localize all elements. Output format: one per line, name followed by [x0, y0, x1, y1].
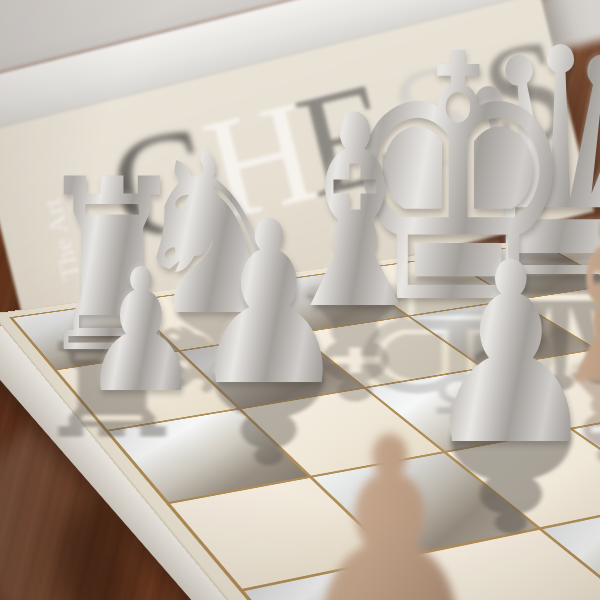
black-bishop[interactable]: ♝	[538, 186, 600, 416]
photo-chess-scene: The Art Of CHESS ♜ ♞ ♝ ♚ ♛ ♟ ♟ ♝ ♛ ♚ ♝ ♞…	[0, 0, 600, 600]
white-pawn[interactable]: ♟	[80, 246, 202, 416]
black-pawn[interactable]: ♟	[290, 401, 491, 600]
